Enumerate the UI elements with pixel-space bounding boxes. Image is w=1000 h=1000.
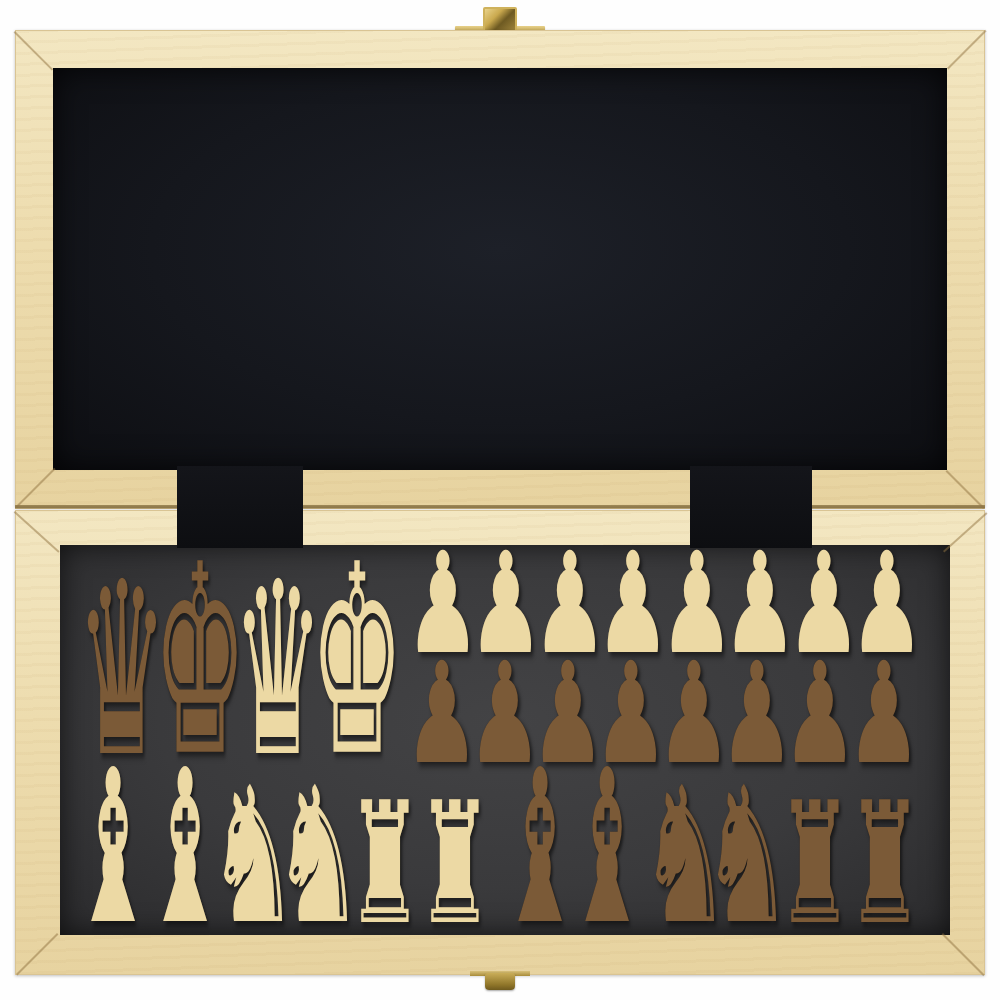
lid-felt-lining <box>53 68 947 470</box>
brass-latch-icon[interactable] <box>485 973 515 990</box>
light-rook[interactable]: ♜ <box>347 780 422 948</box>
light-rook[interactable]: ♜ <box>417 780 492 948</box>
chess-box-scene: ♛♚♛♚♟♟♟♟♟♟♟♟♟♟♟♟♟♟♟♟♝♝♞♞♜♜♝♝♞♞♜♜ <box>0 0 1000 1000</box>
dark-bishop[interactable]: ♝ <box>565 742 649 954</box>
dark-rook[interactable]: ♜ <box>777 780 852 948</box>
dark-rook[interactable]: ♜ <box>847 780 922 948</box>
dark-pawn[interactable]: ♟ <box>846 644 921 784</box>
box-lid <box>15 30 985 507</box>
brass-clasp-icon[interactable] <box>483 7 517 32</box>
